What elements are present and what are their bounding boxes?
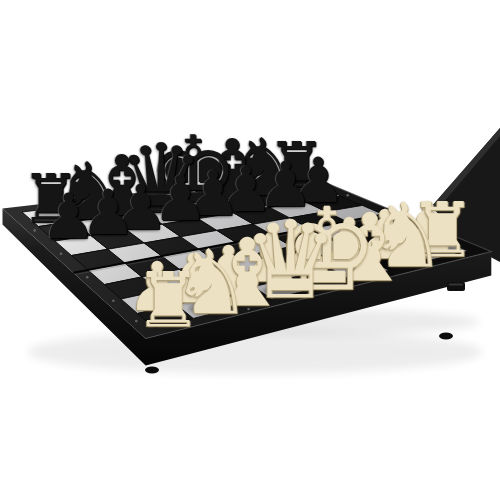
- piece-shadow: [197, 208, 229, 217]
- piece-shadow: [332, 257, 367, 266]
- piece-shadow: [211, 286, 246, 295]
- piece-shadow: [346, 268, 395, 281]
- piece-shadow: [175, 293, 210, 302]
- frame-screw-dot: [135, 320, 138, 323]
- clasp-latch: [447, 282, 465, 291]
- piece-shadow: [302, 194, 334, 203]
- frame-screw-dot: [33, 229, 36, 232]
- piece-shadow: [279, 183, 314, 192]
- case-foot-left: [145, 367, 159, 374]
- piece-shadow: [423, 247, 462, 258]
- frame-screw-dot: [188, 322, 191, 325]
- piece-shadow: [383, 255, 429, 267]
- piece-shadow: [164, 212, 196, 221]
- piece-shadow: [244, 185, 285, 196]
- board-case-svg: [0, 0, 500, 500]
- frame-screw-dot: [346, 194, 349, 197]
- chess-set-product-photo: ♜♞♝♛♚♝♞♜♟♟♟♟♟♟♟♟♟♟♟♟♟♟♟♟♜♞♝♛♚♝♞♜: [0, 0, 500, 500]
- clasp-latch-highlight: [449, 284, 463, 286]
- board-render: [0, 0, 500, 500]
- piece-shadow: [92, 226, 124, 235]
- piece-shadow: [188, 302, 234, 314]
- piece-shadow: [33, 214, 68, 223]
- piece-shadow: [230, 203, 262, 212]
- piece-shadow: [140, 301, 175, 310]
- piece-shadow: [149, 317, 188, 328]
- frame-screw-dot: [86, 276, 89, 279]
- piece-shadow: [223, 294, 272, 307]
- frame-screw-dot: [60, 253, 63, 256]
- frame-screw-dot: [247, 308, 250, 311]
- piece-shadow: [297, 275, 356, 291]
- piece-shadow: [52, 231, 84, 240]
- piece-shadow: [269, 199, 301, 208]
- piece-shadow: [125, 222, 157, 231]
- piece-shadow: [289, 265, 324, 274]
- frame-screw-dot: [400, 217, 403, 220]
- frame-screw-dot: [112, 299, 115, 302]
- piece-shadow: [254, 273, 289, 282]
- case-foot-right: [439, 333, 453, 340]
